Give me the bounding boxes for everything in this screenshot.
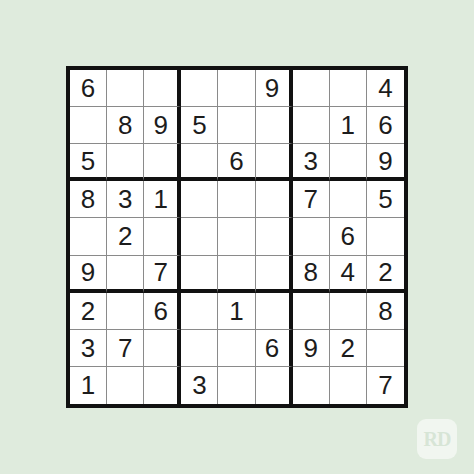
cell-r1c5[interactable] xyxy=(218,70,255,107)
cell-r8c5[interactable] xyxy=(218,330,255,367)
cell-r2c7[interactable] xyxy=(293,107,330,144)
rd-watermark-logo: RD xyxy=(417,419,457,459)
cell-r5c2[interactable]: 2 xyxy=(107,218,144,255)
cell-r1c8[interactable] xyxy=(330,70,367,107)
cell-r6c4[interactable] xyxy=(181,256,218,293)
cell-r5c9[interactable] xyxy=(367,218,404,255)
cell-r5c3[interactable] xyxy=(144,218,181,255)
cell-r8c6[interactable]: 6 xyxy=(256,330,293,367)
cell-r4c4[interactable] xyxy=(181,181,218,218)
cell-r3c1[interactable]: 5 xyxy=(70,144,107,181)
cell-r1c3[interactable] xyxy=(144,70,181,107)
cell-r2c9[interactable]: 6 xyxy=(367,107,404,144)
cell-r1c7[interactable] xyxy=(293,70,330,107)
cell-r9c6[interactable] xyxy=(256,367,293,404)
cell-r6c9[interactable]: 2 xyxy=(367,256,404,293)
cell-r5c1[interactable] xyxy=(70,218,107,255)
cell-r1c4[interactable] xyxy=(181,70,218,107)
cell-r3c2[interactable] xyxy=(107,144,144,181)
cell-r3c7[interactable]: 3 xyxy=(293,144,330,181)
cell-r2c2[interactable]: 8 xyxy=(107,107,144,144)
cell-r4c8[interactable] xyxy=(330,181,367,218)
cell-r2c3[interactable]: 9 xyxy=(144,107,181,144)
cell-r5c7[interactable] xyxy=(293,218,330,255)
cell-r4c7[interactable]: 7 xyxy=(293,181,330,218)
cell-r4c6[interactable] xyxy=(256,181,293,218)
cell-r9c8[interactable] xyxy=(330,367,367,404)
cell-r4c9[interactable]: 5 xyxy=(367,181,404,218)
cell-r1c6[interactable]: 9 xyxy=(256,70,293,107)
cell-r7c7[interactable] xyxy=(293,293,330,330)
cell-r7c2[interactable] xyxy=(107,293,144,330)
cell-r9c7[interactable] xyxy=(293,367,330,404)
cell-r6c8[interactable]: 4 xyxy=(330,256,367,293)
cell-r2c1[interactable] xyxy=(70,107,107,144)
cell-r7c3[interactable]: 6 xyxy=(144,293,181,330)
cell-r5c4[interactable] xyxy=(181,218,218,255)
cell-r5c5[interactable] xyxy=(218,218,255,255)
cell-r8c4[interactable] xyxy=(181,330,218,367)
cell-r6c2[interactable] xyxy=(107,256,144,293)
cell-r2c4[interactable]: 5 xyxy=(181,107,218,144)
cell-r7c1[interactable]: 2 xyxy=(70,293,107,330)
cell-r9c2[interactable] xyxy=(107,367,144,404)
cell-r3c9[interactable]: 9 xyxy=(367,144,404,181)
cell-r8c2[interactable]: 7 xyxy=(107,330,144,367)
cell-r3c5[interactable]: 6 xyxy=(218,144,255,181)
cell-r7c9[interactable]: 8 xyxy=(367,293,404,330)
sudoku-board: 694895165639831752697842261837692137 xyxy=(66,66,408,408)
cell-r6c1[interactable]: 9 xyxy=(70,256,107,293)
page-background: 694895165639831752697842261837692137 RD xyxy=(0,0,474,474)
cell-r7c4[interactable] xyxy=(181,293,218,330)
cell-r6c6[interactable] xyxy=(256,256,293,293)
cell-r9c5[interactable] xyxy=(218,367,255,404)
cell-r8c8[interactable]: 2 xyxy=(330,330,367,367)
cell-r3c8[interactable] xyxy=(330,144,367,181)
cell-r3c6[interactable] xyxy=(256,144,293,181)
cell-r8c9[interactable] xyxy=(367,330,404,367)
cell-r9c3[interactable] xyxy=(144,367,181,404)
cell-r8c1[interactable]: 3 xyxy=(70,330,107,367)
cell-r6c5[interactable] xyxy=(218,256,255,293)
cell-r4c2[interactable]: 3 xyxy=(107,181,144,218)
cell-r8c3[interactable] xyxy=(144,330,181,367)
cell-r1c2[interactable] xyxy=(107,70,144,107)
cell-r4c5[interactable] xyxy=(218,181,255,218)
cell-r1c9[interactable]: 4 xyxy=(367,70,404,107)
cell-r7c6[interactable] xyxy=(256,293,293,330)
cell-r4c3[interactable]: 1 xyxy=(144,181,181,218)
cell-r8c7[interactable]: 9 xyxy=(293,330,330,367)
cell-r2c5[interactable] xyxy=(218,107,255,144)
cell-r2c8[interactable]: 1 xyxy=(330,107,367,144)
cell-r9c4[interactable]: 3 xyxy=(181,367,218,404)
cell-r7c8[interactable] xyxy=(330,293,367,330)
cell-r9c9[interactable]: 7 xyxy=(367,367,404,404)
cell-r5c8[interactable]: 6 xyxy=(330,218,367,255)
cell-r9c1[interactable]: 1 xyxy=(70,367,107,404)
cell-r5c6[interactable] xyxy=(256,218,293,255)
cell-r3c3[interactable] xyxy=(144,144,181,181)
cell-r2c6[interactable] xyxy=(256,107,293,144)
cell-r7c5[interactable]: 1 xyxy=(218,293,255,330)
cell-r4c1[interactable]: 8 xyxy=(70,181,107,218)
cell-r6c3[interactable]: 7 xyxy=(144,256,181,293)
cell-r6c7[interactable]: 8 xyxy=(293,256,330,293)
cell-r1c1[interactable]: 6 xyxy=(70,70,107,107)
cell-r3c4[interactable] xyxy=(181,144,218,181)
